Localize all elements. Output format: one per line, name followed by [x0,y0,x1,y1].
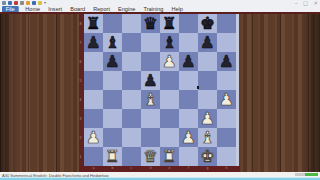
file-label-b: b [108,166,117,169]
black-pawn-d5[interactable]: ♟ [141,71,160,90]
square-h1[interactable] [217,147,236,166]
square-h2[interactable] [217,128,236,147]
rank-label-3: 3 [79,114,81,123]
white-pawn-f2[interactable]: ♟ [179,128,198,147]
maximize-button[interactable]: ▢ [303,0,308,6]
title-menu-bar: ▾ FileHomeInsertBoardReportEngineTrainin… [0,0,320,12]
board-frame-right [236,14,239,166]
database-icon[interactable] [8,1,12,5]
square-e7[interactable]: ♝ [160,33,179,52]
white-pawn-a2[interactable]: ♟ [84,128,103,147]
square-a6[interactable] [84,52,103,71]
square-a2[interactable]: ♟ [84,128,103,147]
square-g3[interactable]: ♟ [198,109,217,128]
tab-board[interactable]: Board [69,6,86,12]
square-h6[interactable]: ♟ [217,52,236,71]
file-label-e: e [165,166,174,169]
black-bishop-b7[interactable]: ♝ [103,33,122,52]
status-progress [295,173,318,176]
square-c6[interactable] [122,52,141,71]
black-queen-d8[interactable]: ♛ [141,14,160,33]
square-a3[interactable] [84,109,103,128]
file-label-d: d [146,166,155,169]
tab-file[interactable]: File [2,6,18,12]
white-bishop-g2[interactable]: ♝ [198,128,217,147]
square-d5[interactable]: ♟ [141,71,160,90]
black-pawn-b6[interactable]: ♟ [103,52,122,71]
file-label-f: f [184,166,193,169]
square-b3[interactable] [103,109,122,128]
tab-home[interactable]: Home [24,6,41,12]
board-icon[interactable] [2,1,6,5]
square-h3[interactable] [217,109,236,128]
file-label-h: h [222,166,231,169]
black-pawn-f6[interactable]: ♟ [179,52,198,71]
square-b5[interactable] [103,71,122,90]
square-c8[interactable] [122,14,141,33]
square-c1[interactable] [122,147,141,166]
square-f8[interactable] [179,14,198,33]
square-c4[interactable] [122,90,141,109]
square-b2[interactable] [103,128,122,147]
square-d3[interactable] [141,109,160,128]
square-g8[interactable]: ♚ [198,14,217,33]
square-d8[interactable]: ♛ [141,14,160,33]
square-e1[interactable]: ♜ [160,147,179,166]
rank-label-4: 4 [79,95,81,104]
mouse-cursor [197,86,199,89]
bottom-strip [0,177,320,180]
rank-label-8: 8 [79,19,81,28]
progress-fill [305,173,318,176]
black-king-g8[interactable]: ♚ [198,14,217,33]
square-c2[interactable] [122,128,141,147]
progress-track [295,173,305,176]
square-h5[interactable] [217,71,236,90]
white-pawn-g3[interactable]: ♟ [198,109,217,128]
white-king-g1[interactable]: ♚ [198,147,217,166]
square-a7[interactable]: ♟ [84,33,103,52]
square-e6[interactable]: ♟ [160,52,179,71]
square-g2[interactable]: ♝ [198,128,217,147]
square-e5[interactable] [160,71,179,90]
rank-coordinates: 87654321 [79,14,84,166]
tab-engine[interactable]: Engine [117,6,137,12]
square-d1[interactable]: ♛ [141,147,160,166]
chevron-down-icon[interactable]: ▾ [44,2,46,4]
square-g1[interactable]: ♚ [198,147,217,166]
square-f3[interactable] [179,109,198,128]
rank-label-5: 5 [79,76,81,85]
tab-help[interactable]: Help [170,6,184,12]
square-h8[interactable] [217,14,236,33]
file-label-a: a [89,166,98,169]
square-b7[interactable]: ♝ [103,33,122,52]
white-rook-e1[interactable]: ♜ [160,147,179,166]
file-label-g: g [203,166,212,169]
white-pawn-e6[interactable]: ♟ [160,52,179,71]
black-bishop-e7[interactable]: ♝ [160,33,179,52]
square-f6[interactable]: ♟ [179,52,198,71]
file-label-c: c [127,166,136,169]
square-b4[interactable] [103,90,122,109]
square-h7[interactable] [217,33,236,52]
square-h4[interactable]: ♟ [217,90,236,109]
black-pawn-a7[interactable]: ♟ [84,33,103,52]
tab-insert[interactable]: Insert [47,6,63,12]
black-rook-e8[interactable]: ♜ [160,14,179,33]
white-pawn-h4[interactable]: ♟ [217,90,236,109]
notation-icon[interactable] [32,1,36,5]
rank-label-2: 2 [79,133,81,142]
chess-gui-window: ▾ FileHomeInsertBoardReportEngineTrainin… [0,0,320,180]
rank-label-7: 7 [79,38,81,47]
minimize-button[interactable]: – [295,0,298,6]
light-icon[interactable] [38,1,42,5]
square-a5[interactable] [84,71,103,90]
quick-access-toolbar: ▾ [2,1,48,5]
square-a4[interactable] [84,90,103,109]
square-f5[interactable] [179,71,198,90]
square-g6[interactable] [198,52,217,71]
square-c5[interactable] [122,71,141,90]
window-controls: –▢✕ [295,0,318,6]
square-d7[interactable] [141,33,160,52]
square-c3[interactable] [122,109,141,128]
square-d4[interactable]: ♝ [141,90,160,109]
square-f4[interactable] [179,90,198,109]
square-d6[interactable] [141,52,160,71]
new-game-icon[interactable] [14,1,18,5]
save-icon[interactable] [20,1,24,5]
tab-report[interactable]: Report [92,6,111,12]
ribbon-tab-bar: FileHomeInsertBoardReportEngineTrainingH… [2,6,184,12]
square-f2[interactable]: ♟ [179,128,198,147]
square-e3[interactable] [160,109,179,128]
square-f1[interactable] [179,147,198,166]
rank-label-1: 1 [79,152,81,161]
square-a8[interactable]: ♜ [84,14,103,33]
square-c7[interactable] [122,33,141,52]
white-rook-b1[interactable]: ♜ [103,147,122,166]
chess-board: ♜♛♜♚♟♝♝♟♟♟♟♟♟♝♟♟♟♟♝♜♛♜♚ [84,14,236,166]
square-b6[interactable]: ♟ [103,52,122,71]
black-rook-a8[interactable]: ♜ [84,14,103,33]
square-g5[interactable] [198,71,217,90]
square-e2[interactable] [160,128,179,147]
square-b8[interactable] [103,14,122,33]
engine-icon[interactable] [26,1,30,5]
black-pawn-g7[interactable]: ♟ [198,33,217,52]
white-queen-d1[interactable]: ♛ [141,147,160,166]
black-pawn-h6[interactable]: ♟ [217,52,236,71]
tab-training[interactable]: Training [142,6,164,12]
rank-label-6: 6 [79,57,81,66]
square-g7[interactable]: ♟ [198,33,217,52]
square-e8[interactable]: ♜ [160,14,179,33]
square-f7[interactable] [179,33,198,52]
close-button[interactable]: ✕ [313,0,318,6]
square-g4[interactable] [198,90,217,109]
square-e4[interactable] [160,90,179,109]
square-a1[interactable] [84,147,103,166]
square-b1[interactable]: ♜ [103,147,122,166]
white-bishop-d4[interactable]: ♝ [141,90,160,109]
square-d2[interactable] [141,128,160,147]
